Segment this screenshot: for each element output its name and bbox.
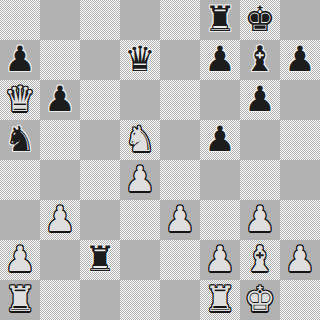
square-e2[interactable] <box>160 240 200 280</box>
square-d7[interactable]: ♛ <box>120 40 160 80</box>
square-f3[interactable] <box>200 200 240 240</box>
black-bishop[interactable]: ♝ <box>244 39 275 79</box>
square-f1[interactable]: ♜ <box>200 280 240 320</box>
square-h8[interactable] <box>280 0 320 40</box>
square-b1[interactable] <box>40 280 80 320</box>
square-c5[interactable] <box>80 120 120 160</box>
square-c4[interactable] <box>80 160 120 200</box>
square-h1[interactable] <box>280 280 320 320</box>
square-c2[interactable]: ♜ <box>80 240 120 280</box>
white-king[interactable]: ♚ <box>244 279 275 319</box>
black-rook[interactable]: ♜ <box>204 0 235 39</box>
square-a1[interactable]: ♜ <box>0 280 40 320</box>
square-e7[interactable] <box>160 40 200 80</box>
square-a6[interactable]: ♛ <box>0 80 40 120</box>
square-f6[interactable] <box>200 80 240 120</box>
square-c7[interactable] <box>80 40 120 80</box>
square-b7[interactable] <box>40 40 80 80</box>
black-knight[interactable]: ♞ <box>4 119 35 159</box>
black-pawn[interactable]: ♟ <box>4 39 35 79</box>
square-g2[interactable]: ♝ <box>240 240 280 280</box>
white-bishop[interactable]: ♝ <box>244 239 275 279</box>
white-pawn[interactable]: ♟ <box>4 239 35 279</box>
white-knight[interactable]: ♞ <box>124 119 155 159</box>
black-pawn[interactable]: ♟ <box>44 79 75 119</box>
square-d1[interactable] <box>120 280 160 320</box>
white-pawn[interactable]: ♟ <box>284 239 315 279</box>
white-pawn[interactable]: ♟ <box>244 199 275 239</box>
square-g6[interactable]: ♟ <box>240 80 280 120</box>
square-a4[interactable] <box>0 160 40 200</box>
square-c6[interactable] <box>80 80 120 120</box>
black-king[interactable]: ♚ <box>244 0 275 39</box>
square-f5[interactable]: ♟ <box>200 120 240 160</box>
square-e5[interactable] <box>160 120 200 160</box>
black-rook[interactable]: ♜ <box>84 239 115 279</box>
black-queen[interactable]: ♛ <box>124 39 155 79</box>
white-pawn[interactable]: ♟ <box>204 239 235 279</box>
square-e4[interactable] <box>160 160 200 200</box>
square-g7[interactable]: ♝ <box>240 40 280 80</box>
square-f8[interactable]: ♜ <box>200 0 240 40</box>
square-g1[interactable]: ♚ <box>240 280 280 320</box>
black-pawn[interactable]: ♟ <box>204 39 235 79</box>
square-b3[interactable]: ♟ <box>40 200 80 240</box>
square-g4[interactable] <box>240 160 280 200</box>
square-g3[interactable]: ♟ <box>240 200 280 240</box>
square-c1[interactable] <box>80 280 120 320</box>
square-d2[interactable] <box>120 240 160 280</box>
square-e1[interactable] <box>160 280 200 320</box>
square-b4[interactable] <box>40 160 80 200</box>
square-d5[interactable]: ♞ <box>120 120 160 160</box>
square-a5[interactable]: ♞ <box>0 120 40 160</box>
square-c8[interactable] <box>80 0 120 40</box>
square-g8[interactable]: ♚ <box>240 0 280 40</box>
square-a2[interactable]: ♟ <box>0 240 40 280</box>
white-pawn[interactable]: ♟ <box>164 199 195 239</box>
white-queen[interactable]: ♛ <box>4 79 35 119</box>
square-h3[interactable] <box>280 200 320 240</box>
square-f7[interactable]: ♟ <box>200 40 240 80</box>
square-c3[interactable] <box>80 200 120 240</box>
square-g5[interactable] <box>240 120 280 160</box>
square-e6[interactable] <box>160 80 200 120</box>
square-f4[interactable] <box>200 160 240 200</box>
square-d4[interactable]: ♟ <box>120 160 160 200</box>
square-h7[interactable]: ♟ <box>280 40 320 80</box>
square-b2[interactable] <box>40 240 80 280</box>
white-rook[interactable]: ♜ <box>4 279 35 319</box>
square-h5[interactable] <box>280 120 320 160</box>
black-pawn[interactable]: ♟ <box>244 79 275 119</box>
square-a8[interactable] <box>0 0 40 40</box>
square-b6[interactable]: ♟ <box>40 80 80 120</box>
square-h6[interactable] <box>280 80 320 120</box>
square-a7[interactable]: ♟ <box>0 40 40 80</box>
square-h4[interactable] <box>280 160 320 200</box>
square-d6[interactable] <box>120 80 160 120</box>
square-b5[interactable] <box>40 120 80 160</box>
square-d8[interactable] <box>120 0 160 40</box>
square-e3[interactable]: ♟ <box>160 200 200 240</box>
square-b8[interactable] <box>40 0 80 40</box>
square-h2[interactable]: ♟ <box>280 240 320 280</box>
square-d3[interactable] <box>120 200 160 240</box>
black-pawn[interactable]: ♟ <box>284 39 315 79</box>
white-rook[interactable]: ♜ <box>204 279 235 319</box>
square-a3[interactable] <box>0 200 40 240</box>
square-e8[interactable] <box>160 0 200 40</box>
white-pawn[interactable]: ♟ <box>44 199 75 239</box>
square-f2[interactable]: ♟ <box>200 240 240 280</box>
black-pawn[interactable]: ♟ <box>204 119 235 159</box>
chess-board: ♜♚♟♛♟♝♟♛♟♟♞♞♟♟♟♟♟♟♜♟♝♟♜♜♚ <box>0 0 320 320</box>
white-pawn[interactable]: ♟ <box>124 159 155 199</box>
